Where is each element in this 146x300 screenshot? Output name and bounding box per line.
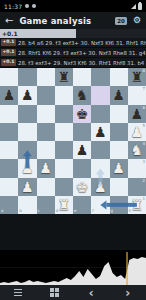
app-bar: ← Game analysis 20 ⚙ bbox=[0, 12, 146, 29]
white-pawn: ♟ bbox=[21, 161, 34, 175]
square-g3[interactable]: ♟ bbox=[110, 159, 128, 177]
square-d2[interactable] bbox=[55, 178, 73, 196]
battery-icon bbox=[138, 3, 142, 10]
black-king: ♚ bbox=[76, 107, 89, 121]
square-b6[interactable] bbox=[18, 105, 36, 123]
square-e3[interactable] bbox=[73, 159, 91, 177]
square-f6[interactable] bbox=[91, 105, 109, 123]
square-f4[interactable] bbox=[91, 141, 109, 159]
line-eval-badge: +0.1 bbox=[1, 59, 16, 66]
bottom-nav-bar: ‹ › bbox=[0, 285, 146, 300]
engine-line-2[interactable]: +0.128. Rhf1 Kf6 29. f3 exf3+ 30. Nxf3 R… bbox=[0, 48, 146, 58]
black-pawn: ♟ bbox=[21, 88, 34, 102]
line-moves: 28. f3 exf3+ 29. Nxf3 Kf6 30. Rhf1 Rhf8 … bbox=[18, 60, 146, 66]
square-c4[interactable] bbox=[37, 141, 55, 159]
square-e1[interactable]: e bbox=[73, 196, 91, 214]
file-label: e bbox=[74, 209, 76, 213]
rank-label: 3 bbox=[142, 160, 145, 164]
square-a4[interactable] bbox=[0, 141, 18, 159]
white-knight: ♞ bbox=[131, 143, 144, 157]
previous-move-button[interactable]: ‹ bbox=[81, 286, 101, 299]
black-pawn: ♟ bbox=[3, 88, 16, 102]
square-c7[interactable] bbox=[37, 86, 55, 104]
black-pawn: ♟ bbox=[112, 88, 125, 102]
square-h2[interactable]: 2 bbox=[128, 178, 146, 196]
square-h1[interactable]: ♜1h bbox=[128, 196, 146, 214]
square-f5[interactable]: ♟ bbox=[91, 123, 109, 141]
line-eval-badge: +0.1 bbox=[1, 49, 16, 56]
square-e2[interactable]: ♚ bbox=[73, 178, 91, 196]
square-b1[interactable]: b bbox=[18, 196, 36, 214]
square-a5[interactable] bbox=[0, 123, 18, 141]
rank-label: 4 bbox=[142, 142, 145, 146]
black-pawn: ♟ bbox=[94, 125, 107, 139]
square-d6[interactable] bbox=[55, 105, 73, 123]
evaluation-gauge-white-portion: +0.1 bbox=[0, 29, 76, 38]
square-d1[interactable]: ♜d bbox=[55, 196, 73, 214]
square-c1[interactable]: c bbox=[37, 196, 55, 214]
square-d3[interactable] bbox=[55, 159, 73, 177]
square-e8[interactable] bbox=[73, 68, 91, 86]
game-analysis-screen: 11:37 ← Game analysis 20 ⚙ +0.1 +0.128. … bbox=[0, 0, 146, 300]
file-label: f bbox=[92, 209, 93, 213]
file-label: c bbox=[38, 209, 40, 213]
square-g1[interactable]: g bbox=[110, 196, 128, 214]
rank-label: 5 bbox=[142, 124, 145, 128]
square-b3[interactable]: ♟ bbox=[18, 159, 36, 177]
black-pawn: ♟ bbox=[131, 107, 144, 121]
square-b2[interactable]: ♟ bbox=[18, 178, 36, 196]
spacer bbox=[0, 214, 146, 250]
line-moves: 28. b4 a6 29. f3 exf3+ 30. Nxf3 Kf6 31. … bbox=[18, 40, 146, 46]
status-bar: 11:37 bbox=[0, 0, 146, 12]
file-label: b bbox=[19, 209, 22, 213]
next-move-button[interactable]: › bbox=[118, 286, 138, 299]
rank-label: 2 bbox=[142, 179, 145, 183]
file-label: a bbox=[1, 209, 3, 213]
file-label: g bbox=[111, 209, 114, 213]
engine-depth-badge[interactable]: 20 bbox=[115, 17, 127, 25]
square-a1[interactable]: a bbox=[0, 196, 18, 214]
menu-icon[interactable] bbox=[8, 286, 28, 299]
signal-icon bbox=[131, 4, 136, 9]
square-g7[interactable]: ♟ bbox=[110, 86, 128, 104]
page-title: Game analysis bbox=[19, 16, 91, 26]
square-c6[interactable] bbox=[37, 105, 55, 123]
square-a6[interactable] bbox=[0, 105, 18, 123]
square-e7[interactable]: ♞ bbox=[73, 86, 91, 104]
engine-lines-panel: +0.128. b4 a6 29. f3 exf3+ 30. Nxf3 Kf6 … bbox=[0, 38, 146, 68]
rank-label: 1 bbox=[142, 197, 145, 201]
square-g4[interactable] bbox=[110, 141, 128, 159]
square-h6[interactable]: ♟6 bbox=[128, 105, 146, 123]
rank-label: 8 bbox=[142, 69, 145, 73]
square-e4[interactable]: ♟ bbox=[73, 141, 91, 159]
square-a3[interactable] bbox=[0, 159, 18, 177]
white-king: ♚ bbox=[76, 180, 89, 194]
file-label: h bbox=[129, 209, 132, 213]
black-knight: ♞ bbox=[76, 88, 89, 102]
square-b4[interactable] bbox=[18, 141, 36, 159]
square-h5[interactable]: ♟5 bbox=[128, 123, 146, 141]
square-h8[interactable]: ♜8 bbox=[128, 68, 146, 86]
clock-time: 11:37 bbox=[4, 3, 22, 10]
square-e5[interactable] bbox=[73, 123, 91, 141]
square-h3[interactable]: 3 bbox=[128, 159, 146, 177]
notification-icon bbox=[32, 4, 36, 8]
file-label: d bbox=[56, 209, 59, 213]
white-pawn: ♟ bbox=[131, 125, 144, 139]
white-pawn: ♟ bbox=[94, 180, 107, 194]
square-h4[interactable]: ♞4 bbox=[128, 141, 146, 159]
line-eval-badge: +0.1 bbox=[1, 39, 16, 46]
square-b7[interactable]: ♟ bbox=[18, 86, 36, 104]
back-arrow-icon[interactable]: ← bbox=[5, 16, 13, 26]
evaluation-history-graph[interactable] bbox=[0, 250, 146, 285]
square-c5[interactable] bbox=[37, 123, 55, 141]
white-rook: ♜ bbox=[131, 198, 144, 212]
square-c3[interactable]: ♟ bbox=[37, 159, 55, 177]
square-b8[interactable] bbox=[18, 68, 36, 86]
square-f3[interactable] bbox=[91, 159, 109, 177]
square-d5[interactable] bbox=[55, 123, 73, 141]
square-f8[interactable] bbox=[91, 68, 109, 86]
black-rook: ♜ bbox=[131, 70, 144, 84]
square-f7[interactable] bbox=[91, 86, 109, 104]
white-pawn: ♟ bbox=[39, 161, 52, 175]
square-f2[interactable]: ♟ bbox=[91, 178, 109, 196]
square-g5[interactable] bbox=[110, 123, 128, 141]
line-moves: 28. Rhf1 Kf6 29. f3 exf3+ 30. Nxf3 Rhe8 … bbox=[18, 50, 146, 56]
square-d7[interactable] bbox=[55, 86, 73, 104]
square-a7[interactable]: ♟ bbox=[0, 86, 18, 104]
engine-line-1[interactable]: +0.128. b4 a6 29. f3 exf3+ 30. Nxf3 Kf6 … bbox=[0, 38, 146, 48]
square-e6[interactable]: ♚ bbox=[73, 105, 91, 123]
square-g2[interactable] bbox=[110, 178, 128, 196]
chess-board: ♜♜8♟♟♞♟7♚♟6♟♟5♟♞4♟♟♟3♟♚♟2abc♜defg♜1h bbox=[0, 68, 146, 214]
gear-icon[interactable]: ⚙ bbox=[133, 16, 141, 25]
black-rook: ♜ bbox=[58, 70, 71, 84]
rank-label: 6 bbox=[142, 106, 145, 110]
white-pawn: ♟ bbox=[112, 161, 125, 175]
rank-label: 7 bbox=[142, 87, 145, 91]
square-g8[interactable] bbox=[110, 68, 128, 86]
black-pawn: ♟ bbox=[76, 143, 89, 157]
evaluation-gauge: +0.1 bbox=[0, 29, 146, 38]
square-d4[interactable] bbox=[55, 141, 73, 159]
square-g6[interactable] bbox=[110, 105, 128, 123]
square-c8[interactable] bbox=[37, 68, 55, 86]
square-a8[interactable] bbox=[0, 68, 18, 86]
engine-line-3[interactable]: +0.128. f3 exf3+ 29. Nxf3 Kf6 30. Rhf1 R… bbox=[0, 58, 146, 68]
square-d8[interactable]: ♜ bbox=[55, 68, 73, 86]
board-grid: ♜♜8♟♟♞♟7♚♟6♟♟5♟♞4♟♟♟3♟♚♟2abc♜defg♜1h bbox=[0, 68, 146, 214]
square-f1[interactable]: f bbox=[91, 196, 109, 214]
evaluation-value: +0.1 bbox=[0, 30, 18, 37]
white-pawn: ♟ bbox=[21, 180, 34, 194]
square-b5[interactable] bbox=[18, 123, 36, 141]
notification-icon bbox=[25, 4, 29, 8]
square-c2[interactable] bbox=[37, 178, 55, 196]
square-h7[interactable]: 7 bbox=[128, 86, 146, 104]
square-a2[interactable] bbox=[0, 178, 18, 196]
white-rook: ♜ bbox=[58, 198, 71, 212]
board-icon[interactable] bbox=[45, 286, 65, 299]
